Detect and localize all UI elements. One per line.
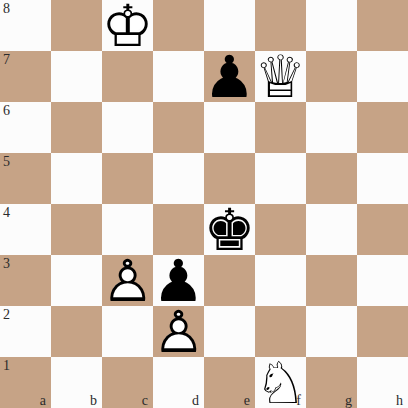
white-knight[interactable]: ♘ (255, 357, 306, 408)
file-label-b: b (90, 394, 97, 408)
square-h4[interactable] (357, 204, 408, 255)
square-f3[interactable] (255, 255, 306, 306)
square-c5[interactable] (102, 153, 153, 204)
square-d1[interactable]: d (153, 357, 204, 408)
square-g5[interactable] (306, 153, 357, 204)
rank-label-2: 2 (3, 308, 10, 322)
rank-label-7: 7 (3, 53, 10, 67)
white-pawn[interactable]: ♙ (102, 255, 153, 306)
square-c8[interactable]: ♚♔ (102, 0, 153, 51)
rank-label-4: 4 (3, 206, 10, 220)
black-pawn[interactable]: ♟ (204, 51, 255, 102)
square-b3[interactable] (51, 255, 102, 306)
square-e3[interactable] (204, 255, 255, 306)
square-c1[interactable]: c (102, 357, 153, 408)
square-h5[interactable] (357, 153, 408, 204)
square-d8[interactable] (153, 0, 204, 51)
square-d7[interactable] (153, 51, 204, 102)
black-king[interactable]: ♚ (204, 204, 255, 255)
file-label-c: c (142, 394, 148, 408)
file-label-e: e (244, 394, 250, 408)
square-a2[interactable]: 2 (0, 306, 51, 357)
square-a5[interactable]: 5 (0, 153, 51, 204)
file-label-a: a (40, 394, 46, 408)
square-h7[interactable] (357, 51, 408, 102)
square-g1[interactable]: g (306, 357, 357, 408)
square-g2[interactable] (306, 306, 357, 357)
square-b6[interactable] (51, 102, 102, 153)
white-queen[interactable]: ♕ (255, 51, 306, 102)
square-e1[interactable]: e (204, 357, 255, 408)
square-c7[interactable] (102, 51, 153, 102)
square-g8[interactable] (306, 0, 357, 51)
square-b8[interactable] (51, 0, 102, 51)
square-d4[interactable] (153, 204, 204, 255)
rank-label-8: 8 (3, 2, 10, 16)
square-a7[interactable]: 7 (0, 51, 51, 102)
rank-label-1: 1 (3, 359, 10, 373)
white-pawn[interactable]: ♙ (153, 306, 204, 357)
square-e2[interactable] (204, 306, 255, 357)
square-e8[interactable] (204, 0, 255, 51)
square-d2[interactable]: ♟♙ (153, 306, 204, 357)
rank-label-6: 6 (3, 104, 10, 118)
square-h1[interactable]: h (357, 357, 408, 408)
rank-label-3: 3 (3, 257, 10, 271)
square-e6[interactable] (204, 102, 255, 153)
square-a4[interactable]: 4 (0, 204, 51, 255)
square-b2[interactable] (51, 306, 102, 357)
square-a8[interactable]: 8 (0, 0, 51, 51)
square-a3[interactable]: 3 (0, 255, 51, 306)
square-e5[interactable] (204, 153, 255, 204)
white-king[interactable]: ♔ (102, 0, 153, 51)
square-d6[interactable] (153, 102, 204, 153)
square-g7[interactable] (306, 51, 357, 102)
square-f8[interactable] (255, 0, 306, 51)
square-h3[interactable] (357, 255, 408, 306)
square-g6[interactable] (306, 102, 357, 153)
square-h8[interactable] (357, 0, 408, 51)
square-f6[interactable] (255, 102, 306, 153)
square-f4[interactable] (255, 204, 306, 255)
square-b7[interactable] (51, 51, 102, 102)
file-label-g: g (345, 394, 352, 408)
square-d3[interactable]: ♟ (153, 255, 204, 306)
file-label-d: d (192, 394, 199, 408)
square-b5[interactable] (51, 153, 102, 204)
square-d5[interactable] (153, 153, 204, 204)
square-g4[interactable] (306, 204, 357, 255)
square-h2[interactable] (357, 306, 408, 357)
square-e4[interactable]: ♚ (204, 204, 255, 255)
square-h6[interactable] (357, 102, 408, 153)
square-c6[interactable] (102, 102, 153, 153)
square-f1[interactable]: f♞♘ (255, 357, 306, 408)
square-g3[interactable] (306, 255, 357, 306)
square-b4[interactable] (51, 204, 102, 255)
black-pawn[interactable]: ♟ (153, 255, 204, 306)
square-a1[interactable]: 1a (0, 357, 51, 408)
square-f2[interactable] (255, 306, 306, 357)
square-f7[interactable]: ♛♕ (255, 51, 306, 102)
square-c2[interactable] (102, 306, 153, 357)
square-f5[interactable] (255, 153, 306, 204)
square-c4[interactable] (102, 204, 153, 255)
file-label-h: h (396, 394, 403, 408)
square-e7[interactable]: ♟ (204, 51, 255, 102)
chess-board: 8♚♔7♟♛♕654♚3♟♙♟2♟♙1abcdef♞♘gh (0, 0, 408, 408)
square-c3[interactable]: ♟♙ (102, 255, 153, 306)
rank-label-5: 5 (3, 155, 10, 169)
square-b1[interactable]: b (51, 357, 102, 408)
square-a6[interactable]: 6 (0, 102, 51, 153)
